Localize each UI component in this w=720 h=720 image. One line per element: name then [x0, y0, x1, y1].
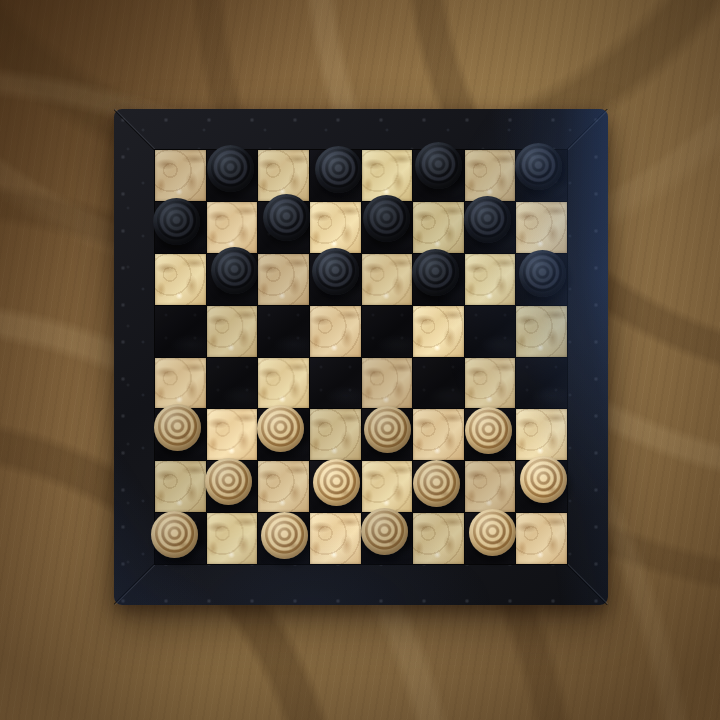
square-r7c2[interactable] — [207, 461, 258, 512]
square-r3c6[interactable] — [413, 254, 464, 305]
checker-light-piece[interactable] — [469, 509, 516, 556]
square-r3c3 — [258, 254, 309, 305]
checker-dark-piece[interactable] — [415, 142, 462, 189]
checker-light-piece[interactable] — [364, 406, 411, 453]
square-r1c6[interactable] — [413, 150, 464, 201]
square-r3c8[interactable] — [516, 254, 567, 305]
square-r5c6[interactable] — [413, 358, 464, 409]
square-r7c7 — [465, 461, 516, 512]
square-r2c6 — [413, 202, 464, 253]
checker-light-piece[interactable] — [151, 511, 198, 558]
square-r3c4[interactable] — [310, 254, 361, 305]
square-r4c5[interactable] — [362, 306, 413, 357]
square-r8c2 — [207, 513, 258, 564]
square-r6c2 — [207, 409, 258, 460]
square-r3c5 — [362, 254, 413, 305]
square-r2c2 — [207, 202, 258, 253]
square-r7c5 — [362, 461, 413, 512]
square-r5c1 — [155, 358, 206, 409]
square-r4c3[interactable] — [258, 306, 309, 357]
square-r7c1 — [155, 461, 206, 512]
checker-dark-piece[interactable] — [515, 143, 562, 190]
square-r2c4 — [310, 202, 361, 253]
checker-light-piece[interactable] — [413, 460, 460, 507]
square-r8c6 — [413, 513, 464, 564]
square-r2c1[interactable] — [155, 202, 206, 253]
square-r5c8[interactable] — [516, 358, 567, 409]
square-r8c3[interactable] — [258, 513, 309, 564]
square-r6c3[interactable] — [258, 409, 309, 460]
square-r4c8 — [516, 306, 567, 357]
checker-dark-piece[interactable] — [263, 194, 310, 241]
square-r1c8[interactable] — [516, 150, 567, 201]
square-r7c3 — [258, 461, 309, 512]
checker-dark-piece[interactable] — [153, 198, 200, 245]
square-r6c6 — [413, 409, 464, 460]
square-r1c2[interactable] — [207, 150, 258, 201]
square-r6c8 — [516, 409, 567, 460]
square-r4c1[interactable] — [155, 306, 206, 357]
checker-dark-piece[interactable] — [519, 250, 566, 297]
square-r8c7[interactable] — [465, 513, 516, 564]
square-r5c2[interactable] — [207, 358, 258, 409]
square-r8c1[interactable] — [155, 513, 206, 564]
square-r7c8[interactable] — [516, 461, 567, 512]
square-r5c5 — [362, 358, 413, 409]
checker-dark-piece[interactable] — [412, 249, 459, 296]
square-r1c1 — [155, 150, 206, 201]
square-r1c7 — [465, 150, 516, 201]
checker-light-piece[interactable] — [261, 512, 308, 559]
checker-dark-piece[interactable] — [363, 195, 410, 242]
frame-miter-seam — [114, 564, 155, 605]
square-r3c1 — [155, 254, 206, 305]
square-r8c4 — [310, 513, 361, 564]
square-r2c7[interactable] — [465, 202, 516, 253]
frame-miter-seam — [567, 564, 608, 605]
square-r3c7 — [465, 254, 516, 305]
square-r7c4[interactable] — [310, 461, 361, 512]
square-r5c3 — [258, 358, 309, 409]
checker-dark-piece[interactable] — [315, 146, 362, 193]
square-r6c5[interactable] — [362, 409, 413, 460]
square-r4c6 — [413, 306, 464, 357]
checker-dark-piece[interactable] — [211, 247, 258, 294]
square-r2c8 — [516, 202, 567, 253]
checker-light-piece[interactable] — [154, 404, 201, 451]
square-r8c8 — [516, 513, 567, 564]
square-r3c2[interactable] — [207, 254, 258, 305]
square-r4c7[interactable] — [465, 306, 516, 357]
square-r4c4 — [310, 306, 361, 357]
square-r6c7[interactable] — [465, 409, 516, 460]
checker-light-piece[interactable] — [257, 405, 304, 452]
square-r5c4[interactable] — [310, 358, 361, 409]
checker-light-piece[interactable] — [313, 459, 360, 506]
square-r1c4[interactable] — [310, 150, 361, 201]
checker-light-piece[interactable] — [205, 458, 252, 505]
square-r2c5[interactable] — [362, 202, 413, 253]
square-r4c2 — [207, 306, 258, 357]
checkers-board — [114, 109, 608, 605]
square-r8c5[interactable] — [362, 513, 413, 564]
square-r6c4 — [310, 409, 361, 460]
checker-light-piece[interactable] — [465, 407, 512, 454]
checker-dark-piece[interactable] — [207, 145, 254, 192]
square-r1c5 — [362, 150, 413, 201]
frame-miter-seam — [567, 109, 608, 150]
frame-miter-seam — [114, 109, 155, 150]
checker-dark-piece[interactable] — [464, 196, 511, 243]
checker-light-piece[interactable] — [520, 456, 567, 503]
play-area — [155, 150, 567, 564]
square-r7c6[interactable] — [413, 461, 464, 512]
checker-light-piece[interactable] — [361, 508, 408, 555]
checker-dark-piece[interactable] — [312, 248, 359, 295]
square-r6c1[interactable] — [155, 409, 206, 460]
square-r2c3[interactable] — [258, 202, 309, 253]
square-r5c7 — [465, 358, 516, 409]
